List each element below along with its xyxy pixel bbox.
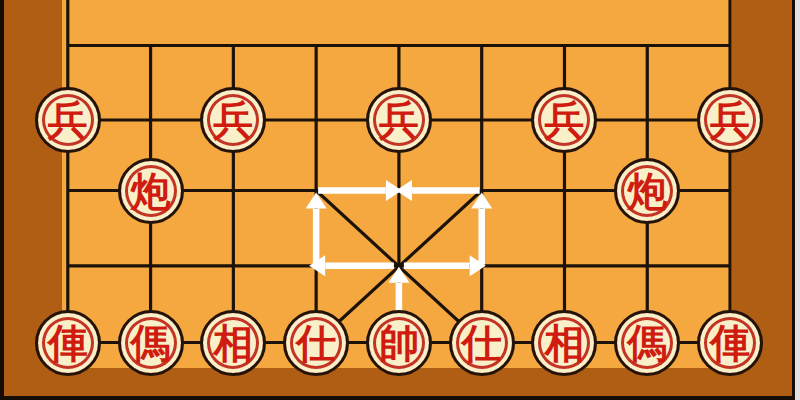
xiangqi-board: 兵兵兵兵兵炮炮俥傌相仕帥仕相傌俥: [0, 0, 800, 400]
piece-general-e1[interactable]: 帥: [366, 310, 432, 376]
frame-bottom-edge: [0, 396, 800, 400]
piece-soldier-g4[interactable]: 兵: [531, 87, 597, 153]
screen-right-gray-strip: [795, 0, 800, 400]
piece-elephant-c1[interactable]: 相: [200, 310, 266, 376]
piece-soldier-a4[interactable]: 兵: [35, 87, 101, 153]
piece-soldier-e4[interactable]: 兵: [366, 87, 432, 153]
piece-cannon-b3[interactable]: 炮: [118, 158, 184, 224]
frame-left-edge: [0, 0, 4, 400]
piece-advisor-f1[interactable]: 仕: [449, 310, 515, 376]
piece-chariot-i1[interactable]: 俥: [697, 310, 763, 376]
piece-cannon-h3[interactable]: 炮: [614, 158, 680, 224]
piece-horse-h1[interactable]: 傌: [614, 310, 680, 376]
piece-chariot-a1[interactable]: 俥: [35, 310, 101, 376]
piece-advisor-d1[interactable]: 仕: [283, 310, 349, 376]
piece-soldier-i4[interactable]: 兵: [697, 87, 763, 153]
piece-horse-b1[interactable]: 傌: [118, 310, 184, 376]
piece-elephant-g1[interactable]: 相: [531, 310, 597, 376]
piece-soldier-c4[interactable]: 兵: [200, 87, 266, 153]
